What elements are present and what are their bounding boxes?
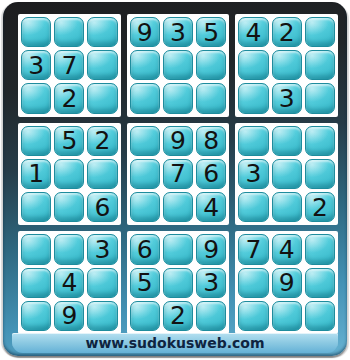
cell-r7c7[interactable]: 7 — [238, 234, 268, 264]
cell-r3c8[interactable]: 3 — [272, 83, 302, 113]
cell-r4c9[interactable] — [305, 126, 335, 156]
cell-r5c1[interactable]: 1 — [21, 159, 51, 189]
cell-r3c1[interactable] — [21, 83, 51, 113]
cell-r4c8[interactable] — [272, 126, 302, 156]
cell-r3c7[interactable] — [238, 83, 268, 113]
cell-r8c7[interactable] — [238, 268, 268, 298]
cell-r6c2[interactable] — [54, 192, 84, 222]
cell-r5c2[interactable] — [54, 159, 84, 189]
cell-r4c6[interactable]: 8 — [196, 126, 226, 156]
cell-r8c9[interactable] — [305, 268, 335, 298]
sudoku-board: 3729354235216987643234969532749 — [18, 14, 338, 334]
cell-r4c3[interactable]: 2 — [87, 126, 117, 156]
cell-r5c4[interactable] — [130, 159, 160, 189]
cell-r7c1[interactable] — [21, 234, 51, 264]
cell-r7c4[interactable]: 6 — [130, 234, 160, 264]
cell-r1c7[interactable]: 4 — [238, 17, 268, 47]
cell-r8c3[interactable] — [87, 268, 117, 298]
block-7: 349 — [18, 231, 121, 334]
cell-r1c1[interactable] — [21, 17, 51, 47]
cell-r8c4[interactable]: 5 — [130, 268, 160, 298]
cell-r4c2[interactable]: 5 — [54, 126, 84, 156]
cell-r8c2[interactable]: 4 — [54, 268, 84, 298]
cell-r5c3[interactable] — [87, 159, 117, 189]
cell-r2c7[interactable] — [238, 50, 268, 80]
site-url: www.sudokusweb.com — [85, 335, 264, 351]
cell-r7c3[interactable]: 3 — [87, 234, 117, 264]
cell-r2c4[interactable] — [130, 50, 160, 80]
cell-r3c6[interactable] — [196, 83, 226, 113]
cell-r2c1[interactable]: 3 — [21, 50, 51, 80]
cell-r2c9[interactable] — [305, 50, 335, 80]
cell-r4c7[interactable] — [238, 126, 268, 156]
cell-r9c8[interactable] — [272, 301, 302, 331]
cell-r1c6[interactable]: 5 — [196, 17, 226, 47]
cell-r7c6[interactable]: 9 — [196, 234, 226, 264]
block-2: 935 — [127, 14, 230, 117]
cell-r8c5[interactable] — [163, 268, 193, 298]
block-6: 32 — [235, 123, 338, 226]
block-8: 69532 — [127, 231, 230, 334]
cell-r2c5[interactable] — [163, 50, 193, 80]
cell-r8c8[interactable]: 9 — [272, 268, 302, 298]
cell-r7c5[interactable] — [163, 234, 193, 264]
cell-r4c4[interactable] — [130, 126, 160, 156]
cell-r2c2[interactable]: 7 — [54, 50, 84, 80]
cell-r3c2[interactable]: 2 — [54, 83, 84, 113]
block-3: 423 — [235, 14, 338, 117]
cell-r5c8[interactable] — [272, 159, 302, 189]
cell-r7c2[interactable] — [54, 234, 84, 264]
block-5: 98764 — [127, 123, 230, 226]
cell-r9c6[interactable] — [196, 301, 226, 331]
footer-bar: www.sudokusweb.com — [12, 333, 338, 353]
cell-r9c7[interactable] — [238, 301, 268, 331]
cell-r9c5[interactable]: 2 — [163, 301, 193, 331]
block-4: 5216 — [18, 123, 121, 226]
cell-r9c1[interactable] — [21, 301, 51, 331]
cell-r1c9[interactable] — [305, 17, 335, 47]
cell-r6c7[interactable] — [238, 192, 268, 222]
cell-r9c4[interactable] — [130, 301, 160, 331]
cell-r6c1[interactable] — [21, 192, 51, 222]
cell-r1c4[interactable]: 9 — [130, 17, 160, 47]
cell-r1c8[interactable]: 2 — [272, 17, 302, 47]
cell-r6c4[interactable] — [130, 192, 160, 222]
cell-r2c3[interactable] — [87, 50, 117, 80]
cell-r7c9[interactable] — [305, 234, 335, 264]
cell-r6c5[interactable] — [163, 192, 193, 222]
cell-r5c5[interactable]: 7 — [163, 159, 193, 189]
cell-r2c6[interactable] — [196, 50, 226, 80]
cell-r5c9[interactable] — [305, 159, 335, 189]
cell-r1c5[interactable]: 3 — [163, 17, 193, 47]
cell-r9c9[interactable] — [305, 301, 335, 331]
cell-r8c6[interactable]: 3 — [196, 268, 226, 298]
cell-r9c3[interactable] — [87, 301, 117, 331]
cell-r6c3[interactable]: 6 — [87, 192, 117, 222]
cell-r5c7[interactable]: 3 — [238, 159, 268, 189]
cell-r6c9[interactable]: 2 — [305, 192, 335, 222]
cell-r8c1[interactable] — [21, 268, 51, 298]
cell-r4c5[interactable]: 9 — [163, 126, 193, 156]
cell-r3c5[interactable] — [163, 83, 193, 113]
cell-r3c3[interactable] — [87, 83, 117, 113]
cell-r1c2[interactable] — [54, 17, 84, 47]
cell-r1c3[interactable] — [87, 17, 117, 47]
block-9: 749 — [235, 231, 338, 334]
board-frame: 3729354235216987643234969532749 www.sudo… — [3, 2, 347, 356]
cell-r5c6[interactable]: 6 — [196, 159, 226, 189]
cell-r3c4[interactable] — [130, 83, 160, 113]
cell-r6c6[interactable]: 4 — [196, 192, 226, 222]
cell-r2c8[interactable] — [272, 50, 302, 80]
cell-r3c9[interactable] — [305, 83, 335, 113]
cell-r4c1[interactable] — [21, 126, 51, 156]
block-1: 372 — [18, 14, 121, 117]
cell-r9c2[interactable]: 9 — [54, 301, 84, 331]
cell-r7c8[interactable]: 4 — [272, 234, 302, 264]
cell-r6c8[interactable] — [272, 192, 302, 222]
sudoku-page: 3729354235216987643234969532749 www.sudo… — [0, 0, 350, 360]
